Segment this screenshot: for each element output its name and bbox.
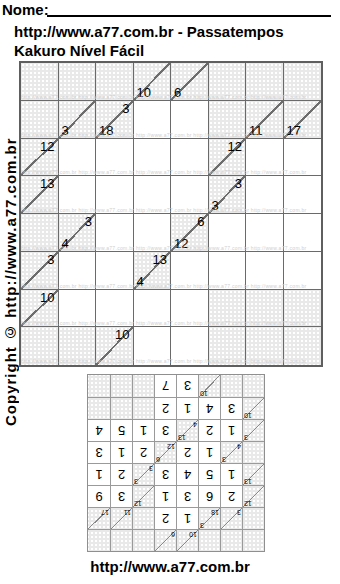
block-cell [110,529,132,551]
kakuro-solution-grid-rotated: 1063318121117122631123913154333213412612… [87,374,265,552]
down-clue: 10 [189,530,197,538]
block-cell [242,441,264,463]
block-cell [242,529,264,551]
clue-cell: 612 [154,441,176,463]
block-cell [198,529,220,551]
clue-cell: 3 [59,101,97,139]
clue-cell: 12 [132,485,154,507]
solution-digit-cell: 3 [220,397,242,419]
entry-cell[interactable] [284,176,322,214]
solution-digit-cell: 3 [110,485,132,507]
block-cell [132,397,154,419]
clue-cell: 34 [220,441,242,463]
across-clue: 3 [47,252,54,267]
down-clue: 4 [62,236,69,251]
block-cell [59,327,97,365]
solution-digit: 1 [111,442,132,463]
block-cell [246,63,284,101]
solution-digit-cell: 5 [198,463,220,485]
down-clue: 17 [287,123,301,138]
block-cell [21,327,59,365]
solution-digit-cell: 5 [110,419,132,441]
entry-cell[interactable] [134,214,172,252]
puzzle-title: Kakuro Nível Fácil [14,42,144,59]
solution-digit: 4 [88,420,110,441]
solution-digit: 4 [199,398,220,419]
entry-cell[interactable] [96,252,134,290]
solution-digit: 3 [177,375,198,397]
block-cell [21,214,59,252]
solution-digit-cell: 3 [176,485,198,507]
block-cell [209,290,247,328]
solution-digit: 5 [199,464,220,485]
across-clue: 12 [244,499,252,507]
clue-cell: 134 [176,419,198,441]
block-cell [110,375,132,397]
entry-cell[interactable] [59,290,97,328]
solution-digit: 6 [199,486,220,507]
across-clue: 10 [40,290,54,305]
solution-digit-cell: 6 [198,485,220,507]
name-label: Nome: [2,1,49,18]
entry-cell[interactable] [134,327,172,365]
solution-digit: 1 [155,486,176,507]
entry-cell[interactable] [209,214,247,252]
down-clue: 11 [124,508,131,516]
across-clue: 13 [40,176,54,191]
clue-cell: 3 [242,419,264,441]
block-cell [59,63,97,101]
solution-digit-cell: 9 [88,485,110,507]
site-title: http://www.a77.com.br - Passatempos [14,23,284,40]
solution-digit-cell: 2 [198,419,220,441]
solution-digit: 1 [88,464,110,485]
solution-digit-cell: 1 [110,441,132,463]
clue-cell: 10 [21,290,59,328]
clue-cell: 10 [242,397,264,419]
footer-url: http://www.a77.com.br [0,558,340,575]
solution-digit-cell: 1 [132,419,154,441]
down-clue: 3 [149,464,153,472]
clue-cell: 34 [59,214,97,252]
down-clue: 11 [249,123,263,138]
block-cell [132,375,154,397]
block-cell [209,101,247,139]
block-cell [284,63,322,101]
solution-digit-cell: 4 [198,397,220,419]
kakuro-puzzle-grid: 10633181117121213333461231341010 [19,61,323,367]
across-clue: 13 [153,252,167,267]
down-clue: 12 [167,442,175,450]
down-clue: 4 [237,442,241,450]
solution-digit: 1 [199,442,220,463]
clue-cell: 10 [134,63,172,101]
clue-cell: 17 [284,101,322,139]
solution-digit-cell: 1 [198,441,220,463]
entry-cell[interactable] [246,252,284,290]
solution-digit-cell: 2 [176,441,198,463]
across-clue: 12 [134,499,142,507]
entry-cell[interactable] [284,139,322,177]
block-cell [242,507,264,529]
entry-cell[interactable] [134,290,172,328]
entry-cell[interactable] [209,252,247,290]
block-cell [21,63,59,101]
clue-cell: 318 [96,101,134,139]
copyright-vertical-text: Copyright © http://www.a77.com.br [1,64,20,426]
entry-cell[interactable] [96,176,134,214]
entry-cell[interactable] [59,176,97,214]
across-clue: 10 [244,411,252,419]
across-clue: 3 [200,521,204,529]
solution-digit-cell: 1 [88,463,110,485]
entry-cell[interactable] [171,290,209,328]
name-underline[interactable] [47,15,331,17]
solution-digit-cell: 3 [176,375,198,397]
down-clue: 17 [101,508,109,516]
solution-digit-cell: 1 [220,419,242,441]
solution-digit: 2 [155,398,176,419]
clue-cell: 11 [246,101,284,139]
clue-cell: 6 [154,529,176,551]
solution-digit-cell: 1 [220,463,242,485]
solution-digit: 2 [155,508,176,529]
block-cell [132,507,154,529]
block-cell [242,375,264,397]
clue-cell: 12 [209,139,247,177]
block-cell [209,327,247,365]
clue-cell: 13 [21,176,59,214]
solution-digit: 3 [221,398,242,419]
across-clue: 3 [235,176,242,191]
across-clue: 3 [85,214,92,229]
solution-digit: 3 [177,486,198,507]
solution-digit: 7 [155,375,176,397]
clue-cell: 10 [198,375,220,397]
block-cell [88,529,110,551]
solution-digit-cell: 2 [154,507,176,529]
entry-cell[interactable] [134,101,172,139]
entry-cell[interactable] [59,252,97,290]
across-clue: 12 [228,139,242,154]
down-clue: 4 [193,420,197,428]
across-clue: 6 [197,214,204,229]
entry-cell[interactable] [171,252,209,290]
entry-cell[interactable] [96,214,134,252]
block-cell [209,63,247,101]
solution-digit: 2 [221,486,242,507]
solution-digit: 1 [133,420,154,441]
down-clue: 6 [174,85,181,100]
solution-digit-cell: 3 [154,463,176,485]
solution-digit-cell: 7 [154,375,176,397]
clue-cell: 134 [134,252,172,290]
clue-cell: 10 [96,327,134,365]
entry-cell[interactable] [284,214,322,252]
across-clue: 3 [122,101,129,116]
solution-digit-cell: 4 [88,419,110,441]
block-cell [246,327,284,365]
down-clue: 18 [99,123,113,138]
across-clue: 3 [222,455,226,463]
clue-cell: 33 [209,176,247,214]
clue-cell: 6 [171,63,209,101]
solution-digit: 2 [177,442,198,463]
block-cell [132,529,154,551]
solution-digit-cell: 2 [154,397,176,419]
kakuro-worksheet-page: Nome: http://www.a77.com.br - Passatempo… [0,0,340,584]
solution-digit: 3 [155,420,176,441]
block-cell [246,290,284,328]
block-cell [88,375,110,397]
across-clue: 12 [40,139,54,154]
solution-digit: 1 [177,508,198,529]
entry-cell[interactable] [134,139,172,177]
across-clue: 6 [156,455,160,463]
solution-digit: 3 [111,486,132,507]
clue-cell: 10 [176,529,198,551]
across-clue: 3 [134,477,138,485]
entry-cell[interactable] [246,214,284,252]
block-cell [220,529,242,551]
down-clue: 10 [137,85,151,100]
across-clue: 10 [115,327,129,342]
entry-cell[interactable] [59,139,97,177]
entry-cell[interactable] [246,139,284,177]
solution-digit: 3 [155,464,176,485]
block-cell [88,397,110,419]
solution-digit: 1 [221,464,242,485]
solution-digit: 2 [133,442,154,463]
across-clue: 13 [178,433,186,441]
block-cell [96,63,134,101]
entry-cell[interactable] [134,176,172,214]
solution-digit: 4 [177,464,198,485]
entry-cell[interactable] [171,327,209,365]
entry-cell[interactable] [171,176,209,214]
solution-digit-cell: 2 [110,463,132,485]
across-clue: 3 [244,433,248,441]
solution-digit-cell: 3 [154,419,176,441]
solution-digit: 2 [199,420,220,441]
down-clue: 12 [174,236,188,251]
entry-cell[interactable] [96,139,134,177]
down-clue: 3 [62,123,69,138]
entry-cell[interactable] [171,139,209,177]
down-clue: 3 [237,508,241,516]
clue-cell: 3 [220,507,242,529]
solution-digit: 9 [88,486,110,507]
solution-digit-cell: 2 [220,485,242,507]
entry-cell[interactable] [171,101,209,139]
clue-cell: 17 [88,507,110,529]
block-cell [284,290,322,328]
solution-digit-cell: 1 [154,485,176,507]
block-cell [21,101,59,139]
solution-digit-cell: 2 [132,441,154,463]
solution-digit-cell: 4 [176,463,198,485]
across-clue: 10 [200,389,208,397]
entry-cell[interactable] [284,252,322,290]
clue-cell: 13 [242,463,264,485]
down-clue: 6 [171,530,175,538]
block-cell [110,397,132,419]
down-clue: 18 [211,508,219,516]
solution-digit: 3 [88,442,110,463]
clue-cell: 3 [21,252,59,290]
solution-digit-cell: 3 [88,441,110,463]
clue-cell: 12 [242,485,264,507]
down-clue: 4 [137,274,144,289]
entry-cell[interactable] [246,176,284,214]
solution-digit: 2 [111,464,132,485]
solution-digit-cell: 1 [176,397,198,419]
down-clue: 3 [212,198,219,213]
clue-cell: 11 [110,507,132,529]
solution-digit: 1 [221,420,242,441]
block-cell [220,375,242,397]
across-clue: 13 [244,477,252,485]
clue-cell: 318 [198,507,220,529]
clue-cell: 12 [21,139,59,177]
clue-cell: 33 [132,463,154,485]
entry-cell[interactable] [96,290,134,328]
solution-digit: 5 [111,420,132,441]
block-cell [284,327,322,365]
solution-digit-cell: 1 [176,507,198,529]
clue-cell: 612 [171,214,209,252]
solution-digit: 1 [177,398,198,419]
